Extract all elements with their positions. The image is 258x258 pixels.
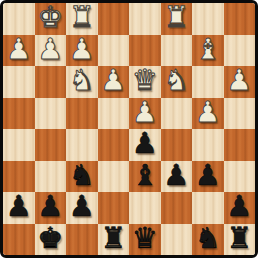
square-e3[interactable]: ♝ — [129, 161, 161, 193]
white-pawn[interactable]: ♟ — [226, 65, 252, 97]
square-a5[interactable] — [3, 98, 35, 130]
white-king[interactable]: ♚ — [37, 2, 63, 34]
square-c3[interactable]: ♞ — [66, 161, 98, 193]
black-bishop[interactable]: ♝ — [132, 160, 158, 192]
square-d8[interactable] — [98, 3, 130, 35]
square-a1[interactable] — [3, 224, 35, 256]
square-f7[interactable] — [161, 35, 193, 67]
black-pawn[interactable]: ♟ — [163, 160, 189, 192]
black-pawn[interactable]: ♟ — [69, 191, 95, 223]
square-b7[interactable]: ♟ — [35, 35, 67, 67]
square-a2[interactable]: ♟ — [3, 192, 35, 224]
white-knight[interactable]: ♞ — [69, 65, 95, 97]
square-h5[interactable] — [224, 98, 256, 130]
square-d7[interactable] — [98, 35, 130, 67]
square-g4[interactable] — [192, 129, 224, 161]
black-knight[interactable]: ♞ — [195, 223, 221, 255]
square-d2[interactable] — [98, 192, 130, 224]
square-d5[interactable] — [98, 98, 130, 130]
square-d4[interactable] — [98, 129, 130, 161]
white-pawn[interactable]: ♟ — [100, 65, 126, 97]
square-b4[interactable] — [35, 129, 67, 161]
black-king[interactable]: ♚ — [37, 223, 63, 255]
black-pawn[interactable]: ♟ — [226, 191, 252, 223]
square-f3[interactable]: ♟ — [161, 161, 193, 193]
square-c6[interactable]: ♞ — [66, 66, 98, 98]
square-h2[interactable]: ♟ — [224, 192, 256, 224]
square-c4[interactable] — [66, 129, 98, 161]
white-pawn[interactable]: ♟ — [6, 34, 32, 66]
square-h7[interactable] — [224, 35, 256, 67]
black-pawn[interactable]: ♟ — [6, 191, 32, 223]
square-f8[interactable]: ♜ — [161, 3, 193, 35]
square-a7[interactable]: ♟ — [3, 35, 35, 67]
square-h8[interactable] — [224, 3, 256, 35]
square-f2[interactable] — [161, 192, 193, 224]
square-d3[interactable] — [98, 161, 130, 193]
square-b6[interactable] — [35, 66, 67, 98]
black-pawn[interactable]: ♟ — [195, 160, 221, 192]
square-e2[interactable] — [129, 192, 161, 224]
square-c2[interactable]: ♟ — [66, 192, 98, 224]
square-h6[interactable]: ♟ — [224, 66, 256, 98]
square-b1[interactable]: ♚ — [35, 224, 67, 256]
square-c5[interactable] — [66, 98, 98, 130]
white-rook[interactable]: ♜ — [69, 2, 95, 34]
square-a6[interactable] — [3, 66, 35, 98]
square-e8[interactable] — [129, 3, 161, 35]
black-rook[interactable]: ♜ — [226, 223, 252, 255]
square-e6[interactable]: ♛ — [129, 66, 161, 98]
black-knight[interactable]: ♞ — [69, 160, 95, 192]
square-a8[interactable] — [3, 3, 35, 35]
chess-board: ♚♜♜♟♟♟♝♞♟♛♞♟♟♟♟♞♝♟♟♟♟♟♟♚♜♛♞♜ — [0, 0, 258, 258]
square-g1[interactable]: ♞ — [192, 224, 224, 256]
white-queen[interactable]: ♛ — [132, 65, 158, 97]
board-grid: ♚♜♜♟♟♟♝♞♟♛♞♟♟♟♟♞♝♟♟♟♟♟♟♚♜♛♞♜ — [3, 3, 255, 255]
square-h4[interactable] — [224, 129, 256, 161]
square-c8[interactable]: ♜ — [66, 3, 98, 35]
square-g8[interactable] — [192, 3, 224, 35]
black-rook[interactable]: ♜ — [100, 223, 126, 255]
square-a4[interactable] — [3, 129, 35, 161]
square-g7[interactable]: ♝ — [192, 35, 224, 67]
square-a3[interactable] — [3, 161, 35, 193]
black-pawn[interactable]: ♟ — [132, 128, 158, 160]
square-b2[interactable]: ♟ — [35, 192, 67, 224]
black-queen[interactable]: ♛ — [132, 223, 158, 255]
white-pawn[interactable]: ♟ — [195, 97, 221, 129]
white-pawn[interactable]: ♟ — [69, 34, 95, 66]
square-d6[interactable]: ♟ — [98, 66, 130, 98]
square-g3[interactable]: ♟ — [192, 161, 224, 193]
square-f1[interactable] — [161, 224, 193, 256]
white-pawn[interactable]: ♟ — [37, 34, 63, 66]
square-f5[interactable] — [161, 98, 193, 130]
square-e5[interactable]: ♟ — [129, 98, 161, 130]
square-f6[interactable]: ♞ — [161, 66, 193, 98]
square-c7[interactable]: ♟ — [66, 35, 98, 67]
square-h3[interactable] — [224, 161, 256, 193]
square-d1[interactable]: ♜ — [98, 224, 130, 256]
square-g5[interactable]: ♟ — [192, 98, 224, 130]
square-e4[interactable]: ♟ — [129, 129, 161, 161]
square-e1[interactable]: ♛ — [129, 224, 161, 256]
square-b8[interactable]: ♚ — [35, 3, 67, 35]
black-pawn[interactable]: ♟ — [37, 191, 63, 223]
square-b3[interactable] — [35, 161, 67, 193]
white-knight[interactable]: ♞ — [163, 65, 189, 97]
white-pawn[interactable]: ♟ — [132, 97, 158, 129]
square-f4[interactable] — [161, 129, 193, 161]
square-g6[interactable] — [192, 66, 224, 98]
square-c1[interactable] — [66, 224, 98, 256]
square-h1[interactable]: ♜ — [224, 224, 256, 256]
square-g2[interactable] — [192, 192, 224, 224]
white-bishop[interactable]: ♝ — [195, 34, 221, 66]
white-rook[interactable]: ♜ — [163, 2, 189, 34]
square-e7[interactable] — [129, 35, 161, 67]
square-b5[interactable] — [35, 98, 67, 130]
